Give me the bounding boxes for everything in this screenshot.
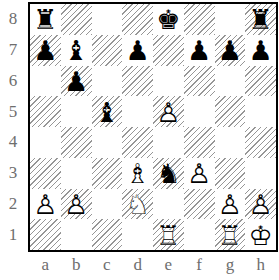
square-b2[interactable]: ♟♙ [61,189,92,220]
square-a3[interactable] [30,158,61,189]
square-f1[interactable] [184,219,215,250]
square-g5[interactable] [215,96,246,127]
square-g8[interactable] [215,4,246,35]
black-pawn: ♟ [122,35,153,66]
rank-label-1: 1 [0,219,26,250]
square-c5[interactable]: ♝ [92,96,123,127]
square-h3[interactable] [245,158,276,189]
white-pawn: ♟♙ [30,189,61,220]
square-h1[interactable]: ♚♔ [245,219,276,250]
black-knight: ♞ [153,158,184,189]
black-rook: ♜ [245,4,276,35]
square-f8[interactable] [184,4,215,35]
black-pawn: ♟ [30,35,61,66]
square-g2[interactable]: ♟♙ [215,189,246,220]
black-pawn: ♟ [215,35,246,66]
square-h8[interactable]: ♜ [245,4,276,35]
rank-label-3: 3 [0,158,26,189]
square-d8[interactable] [122,4,153,35]
square-d4[interactable] [122,127,153,158]
square-e2[interactable] [153,189,184,220]
square-h5[interactable] [245,96,276,127]
white-pawn: ♟♙ [184,158,215,189]
rank-label-7: 7 [0,35,26,66]
black-bishop: ♝ [92,96,123,127]
chess-board[interactable]: ♜♚♜♟♝♟♟♟♟♟♝♟♙♝♗♞♟♙♟♙♟♙♞♘♟♙♟♙♜♖♜♖♚♔ [28,2,278,252]
square-a7[interactable]: ♟ [30,35,61,66]
square-e7[interactable] [153,35,184,66]
square-f7[interactable]: ♟ [184,35,215,66]
square-b7[interactable]: ♝ [61,35,92,66]
square-a6[interactable] [30,66,61,97]
square-b3[interactable] [61,158,92,189]
square-d3[interactable]: ♝♗ [122,158,153,189]
square-f4[interactable] [184,127,215,158]
square-e1[interactable]: ♜♖ [153,219,184,250]
square-g6[interactable] [215,66,246,97]
square-a8[interactable]: ♜ [30,4,61,35]
white-pawn: ♟♙ [61,189,92,220]
square-f5[interactable] [184,96,215,127]
square-f2[interactable] [184,189,215,220]
square-g7[interactable]: ♟ [215,35,246,66]
black-pawn: ♟ [184,35,215,66]
square-c7[interactable] [92,35,123,66]
white-rook: ♜♖ [215,219,246,250]
square-e8[interactable]: ♚ [153,4,184,35]
white-pawn: ♟♙ [153,96,184,127]
square-c1[interactable] [92,219,123,250]
square-a2[interactable]: ♟♙ [30,189,61,220]
white-rook: ♜♖ [153,219,184,250]
square-a1[interactable] [30,219,61,250]
file-label-e: e [153,253,184,277]
rank-label-2: 2 [0,189,26,220]
square-c4[interactable] [92,127,123,158]
square-g1[interactable]: ♜♖ [215,219,246,250]
white-bishop: ♝♗ [122,158,153,189]
rank-label-6: 6 [0,66,26,97]
black-pawn: ♟ [245,35,276,66]
square-g4[interactable] [215,127,246,158]
black-king: ♚ [153,4,184,35]
square-c6[interactable] [92,66,123,97]
square-b8[interactable] [61,4,92,35]
square-d5[interactable] [122,96,153,127]
black-pawn: ♟ [61,66,92,97]
square-d1[interactable] [122,219,153,250]
white-pawn: ♟♙ [215,189,246,220]
rank-label-8: 8 [0,4,26,35]
square-a4[interactable] [30,127,61,158]
rank-label-5: 5 [0,96,26,127]
black-rook: ♜ [30,4,61,35]
square-h2[interactable]: ♟♙ [245,189,276,220]
square-e6[interactable] [153,66,184,97]
square-c8[interactable] [92,4,123,35]
square-b6[interactable]: ♟ [61,66,92,97]
square-f6[interactable] [184,66,215,97]
chess-diagram: 87654321 ♜♚♜♟♝♟♟♟♟♟♝♟♙♝♗♞♟♙♟♙♟♙♞♘♟♙♟♙♜♖♜… [0,0,279,280]
square-c2[interactable] [92,189,123,220]
square-b1[interactable] [61,219,92,250]
file-label-c: c [92,253,123,277]
file-labels: abcdefgh [30,253,276,277]
file-label-h: h [245,253,276,277]
rank-label-4: 4 [0,127,26,158]
square-e3[interactable]: ♞ [153,158,184,189]
square-g3[interactable] [215,158,246,189]
white-pawn: ♟♙ [245,189,276,220]
square-b4[interactable] [61,127,92,158]
file-label-g: g [215,253,246,277]
square-d7[interactable]: ♟ [122,35,153,66]
rank-labels: 87654321 [0,4,26,250]
white-knight: ♞♘ [122,189,153,220]
square-d6[interactable] [122,66,153,97]
square-b5[interactable] [61,96,92,127]
square-h4[interactable] [245,127,276,158]
square-a5[interactable] [30,96,61,127]
file-label-a: a [30,253,61,277]
white-king: ♚♔ [245,219,276,250]
square-e5[interactable]: ♟♙ [153,96,184,127]
square-f3[interactable]: ♟♙ [184,158,215,189]
square-e4[interactable] [153,127,184,158]
file-label-b: b [61,253,92,277]
square-c3[interactable] [92,158,123,189]
square-h7[interactable]: ♟ [245,35,276,66]
square-d2[interactable]: ♞♘ [122,189,153,220]
file-label-f: f [184,253,215,277]
black-bishop: ♝ [61,35,92,66]
square-h6[interactable] [245,66,276,97]
file-label-d: d [122,253,153,277]
